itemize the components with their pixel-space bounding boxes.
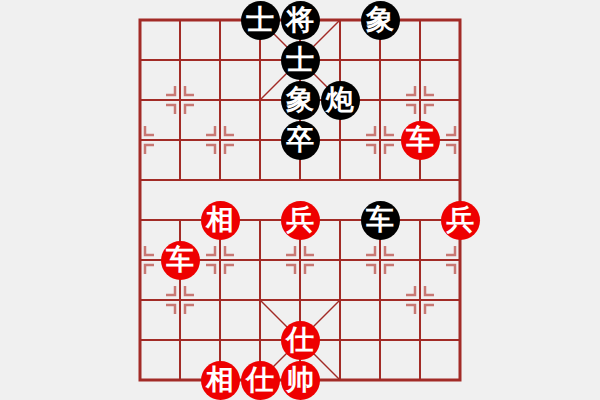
piece-red-general[interactable]: 帅 <box>281 361 320 400</box>
piece-red-advisor[interactable]: 仕 <box>281 321 320 360</box>
piece-red-elephant[interactable]: 相 <box>201 361 240 400</box>
xiangqi-app: 士将象士象炮卒车相兵车兵车仕相仕帅 <box>0 0 600 400</box>
piece-black-advisor[interactable]: 士 <box>241 1 280 40</box>
piece-black-elephant[interactable]: 象 <box>361 1 400 40</box>
piece-black-elephant[interactable]: 象 <box>281 81 320 120</box>
piece-red-pawn[interactable]: 兵 <box>441 201 480 240</box>
piece-black-chariot[interactable]: 车 <box>361 201 400 240</box>
piece-black-advisor[interactable]: 士 <box>281 41 320 80</box>
piece-black-cannon[interactable]: 炮 <box>321 81 360 120</box>
piece-red-advisor[interactable]: 仕 <box>241 361 280 400</box>
piece-red-chariot[interactable]: 车 <box>401 121 440 160</box>
piece-red-pawn[interactable]: 兵 <box>281 201 320 240</box>
pieces-layer: 士将象士象炮卒车相兵车兵车仕相仕帅 <box>120 0 480 400</box>
piece-red-chariot[interactable]: 车 <box>161 241 200 280</box>
piece-black-general[interactable]: 将 <box>281 1 320 40</box>
piece-black-pawn[interactable]: 卒 <box>281 121 320 160</box>
piece-red-elephant[interactable]: 相 <box>201 201 240 240</box>
